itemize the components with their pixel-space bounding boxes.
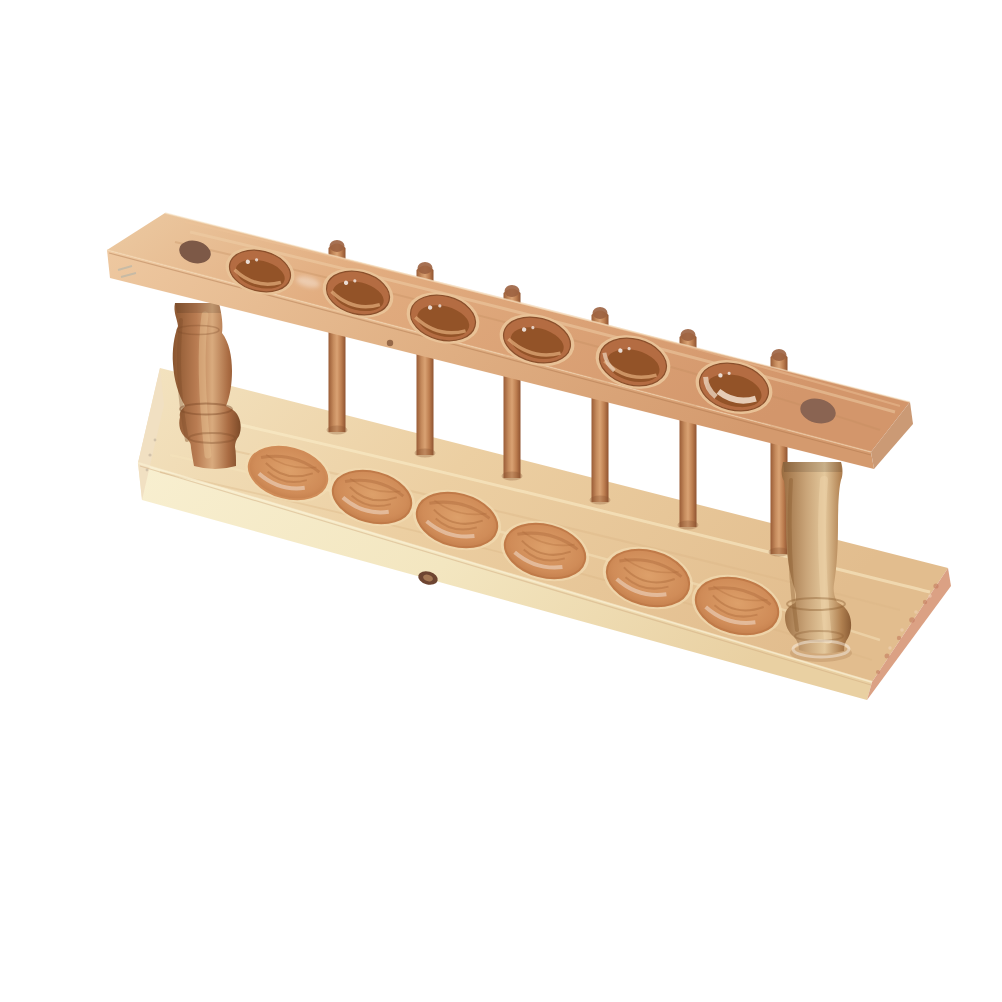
product-photo: [0, 0, 1002, 1002]
peg-base-ring: [678, 521, 699, 530]
peg-base-ring: [502, 472, 523, 481]
peg-base-ring: [415, 449, 436, 458]
peg-tip: [418, 262, 433, 274]
peg-base-ring: [590, 496, 611, 505]
peg-tip: [505, 285, 520, 297]
post-under-rail-shadow: [783, 462, 842, 472]
peg-tip: [681, 329, 696, 341]
product-image: [0, 0, 1002, 1002]
peg-tip: [330, 240, 345, 252]
peg-base-ring: [327, 426, 348, 435]
peg-base-ring: [769, 548, 790, 557]
post-under-rail-shadow: [175, 303, 221, 313]
peg-tip: [593, 307, 608, 319]
peg-tip: [772, 349, 787, 361]
rail-knot-dot: [387, 340, 393, 346]
